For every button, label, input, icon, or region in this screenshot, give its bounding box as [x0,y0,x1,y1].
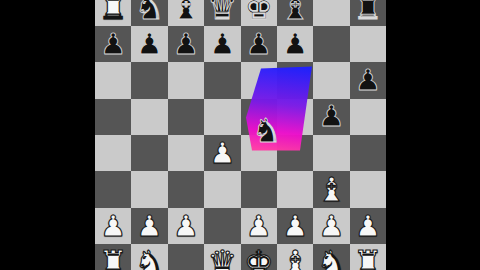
video-frame: ♜♞♝♛♚♝♜♟♟♟♟♟♟♟♞♟♟♝♟♟♟♟♟♟♟♜♞♛♚♝♞♜ [0,0,480,270]
square-g6 [313,62,349,98]
piece-white-pawn-d4: ♟ [204,135,240,171]
square-g4 [313,135,349,171]
square-h3 [350,171,386,207]
square-b6 [131,62,167,98]
square-h7 [350,26,386,62]
square-d5 [204,99,240,135]
square-c3 [168,171,204,207]
piece-black-pawn-h6: ♟ [350,62,386,98]
square-b3 [131,171,167,207]
piece-white-pawn-c2: ♟ [168,208,204,244]
square-d6 [204,62,240,98]
letterbox-left [0,0,95,270]
piece-black-pawn-e7: ♟ [241,26,277,62]
square-b5 [131,99,167,135]
piece-white-queen-d1: ♛ [204,244,240,270]
square-a5 [95,99,131,135]
piece-white-pawn-g2: ♟ [313,208,349,244]
piece-white-pawn-e2: ♟ [241,208,277,244]
letterbox-right [386,0,480,270]
square-e3 [241,171,277,207]
piece-black-bishop-c8: ♝ [168,0,204,26]
piece-black-pawn-c7: ♟ [168,26,204,62]
piece-black-bishop-f8: ♝ [277,0,313,26]
square-c5 [168,99,204,135]
square-g8 [313,0,349,26]
piece-black-knight-b8: ♞ [131,0,167,26]
piece-white-pawn-b2: ♟ [131,208,167,244]
square-f3 [277,171,313,207]
piece-black-pawn-d7: ♟ [204,26,240,62]
piece-white-knight-g1: ♞ [313,244,349,270]
square-h4 [350,135,386,171]
square-h5 [350,99,386,135]
square-a6 [95,62,131,98]
square-d3 [204,171,240,207]
piece-white-bishop-g3: ♝ [313,172,349,208]
piece-white-king-e1: ♚ [241,244,277,270]
piece-black-king-e8: ♚ [241,0,277,26]
piece-black-pawn-a7: ♟ [95,26,131,62]
piece-black-pawn-g5: ♟ [313,99,349,135]
piece-black-queen-d8: ♛ [204,0,240,26]
square-a3 [95,171,131,207]
piece-white-knight-b1: ♞ [131,244,167,270]
piece-white-rook-h1: ♜ [350,244,386,270]
piece-white-bishop-f1: ♝ [277,244,313,270]
square-e6 [241,62,277,98]
square-c6 [168,62,204,98]
piece-white-pawn-h2: ♟ [350,208,386,244]
square-b4 [131,135,167,171]
square-c1 [168,244,204,270]
piece-black-pawn-b7: ♟ [131,26,167,62]
square-c4 [168,135,204,171]
piece-white-rook-a8: ♜ [95,0,131,26]
piece-white-rook-a1: ♜ [95,244,131,270]
square-d2 [204,208,240,244]
piece-black-pawn-f7: ♟ [277,26,313,62]
square-g7 [313,26,349,62]
piece-black-knight-e5: ♞ [249,113,285,149]
piece-black-rook-h8: ♜ [350,0,386,26]
piece-white-pawn-a2: ♟ [95,208,131,244]
square-a4 [95,135,131,171]
square-f6 [277,62,313,98]
piece-white-pawn-f2: ♟ [277,208,313,244]
chess-board: ♜♞♝♛♚♝♜♟♟♟♟♟♟♟♞♟♟♝♟♟♟♟♟♟♟♜♞♛♚♝♞♜ [95,0,386,270]
